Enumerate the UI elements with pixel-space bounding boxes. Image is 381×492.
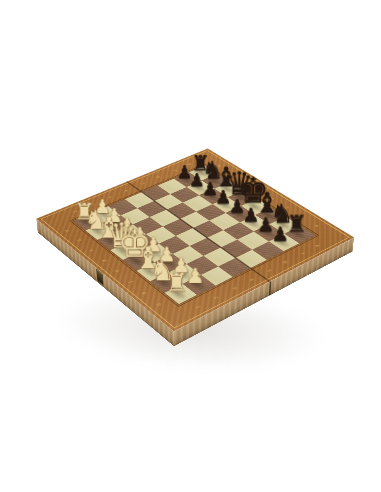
- white-rook-h1[interactable]: ♜: [153, 270, 201, 295]
- black-pawn-h7[interactable]: ♟: [258, 225, 303, 244]
- folding-chess-board: abcdefgh abcdefgh 87654321 87654321 ♜♞♝♛…: [36, 148, 354, 331]
- board-border-wood: abcdefgh abcdefgh 87654321 87654321 ♜♞♝♛…: [36, 148, 354, 331]
- product-photo-chess-set: abcdefgh abcdefgh 87654321 87654321 ♜♞♝♛…: [0, 0, 381, 492]
- scene: abcdefgh abcdefgh 87654321 87654321 ♜♞♝♛…: [0, 0, 381, 492]
